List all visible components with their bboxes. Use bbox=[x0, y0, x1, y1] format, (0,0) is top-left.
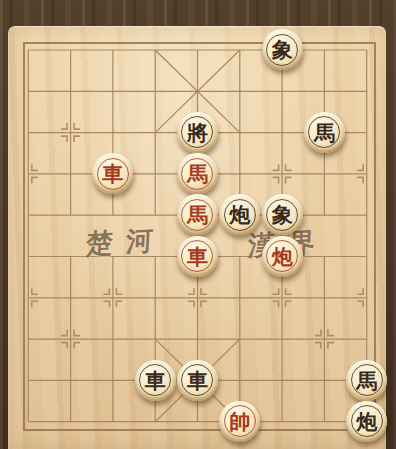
piece-glyph: 馬 bbox=[187, 204, 208, 225]
piece-black-cannon[interactable]: 炮 bbox=[346, 401, 387, 442]
piece-black-horse[interactable]: 馬 bbox=[346, 360, 387, 401]
piece-black-horse[interactable]: 馬 bbox=[304, 112, 345, 153]
piece-glyph: 象 bbox=[272, 39, 293, 60]
piece-red-horse[interactable]: 馬 bbox=[177, 153, 218, 194]
piece-black-elephant[interactable]: 象 bbox=[262, 194, 303, 235]
piece-black-chariot[interactable]: 車 bbox=[135, 360, 176, 401]
app-window: 楚河 漢界 象將馬車馬馬炮象車炮車車馬帥炮 bbox=[0, 0, 396, 449]
piece-glyph: 車 bbox=[187, 370, 208, 391]
piece-glyph: 象 bbox=[272, 204, 293, 225]
piece-glyph: 車 bbox=[102, 163, 123, 184]
piece-glyph: 炮 bbox=[272, 246, 293, 267]
piece-glyph: 馬 bbox=[356, 370, 377, 391]
piece-glyph: 車 bbox=[145, 370, 166, 391]
piece-glyph: 馬 bbox=[187, 163, 208, 184]
piece-glyph: 馬 bbox=[314, 122, 335, 143]
piece-red-general[interactable]: 帥 bbox=[219, 401, 260, 442]
piece-red-chariot[interactable]: 車 bbox=[177, 236, 218, 277]
piece-black-elephant[interactable]: 象 bbox=[262, 29, 303, 70]
board-grid[interactable]: 象將馬車馬馬炮象車炮車車馬帥炮 bbox=[7, 29, 388, 442]
piece-glyph: 炮 bbox=[356, 411, 377, 432]
piece-red-cannon[interactable]: 炮 bbox=[262, 236, 303, 277]
piece-glyph: 車 bbox=[187, 246, 208, 267]
piece-black-cannon[interactable]: 炮 bbox=[219, 194, 260, 235]
piece-red-horse[interactable]: 馬 bbox=[177, 194, 218, 235]
piece-glyph: 帥 bbox=[229, 411, 250, 432]
piece-black-general[interactable]: 將 bbox=[177, 112, 218, 153]
piece-black-chariot[interactable]: 車 bbox=[177, 360, 218, 401]
piece-glyph: 炮 bbox=[229, 204, 250, 225]
piece-red-chariot[interactable]: 車 bbox=[92, 153, 133, 194]
piece-glyph: 將 bbox=[187, 122, 208, 143]
